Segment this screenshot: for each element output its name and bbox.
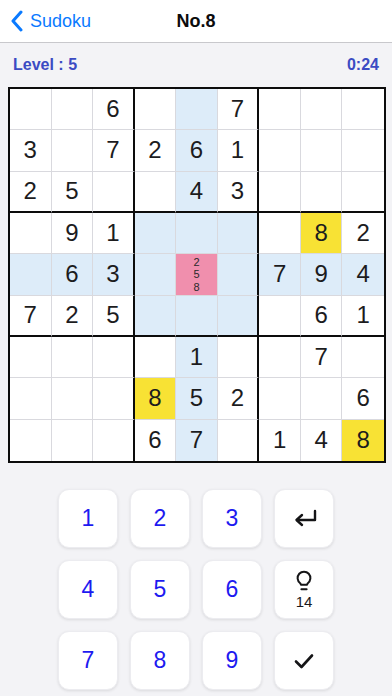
cell-r9c4[interactable]: 6 — [135, 420, 177, 461]
info-row: Level : 5 0:24 — [0, 43, 392, 85]
cell-r6c9[interactable]: 1 — [342, 296, 384, 337]
key-7[interactable]: 7 — [58, 631, 118, 690]
key-2[interactable]: 2 — [130, 489, 190, 548]
cell-r9c1[interactable] — [10, 420, 52, 461]
cell-r8c9[interactable]: 6 — [342, 378, 384, 419]
checkmark-icon — [291, 650, 317, 672]
cell-r1c9[interactable] — [342, 89, 384, 130]
page-title: No.8 — [176, 11, 215, 32]
cell-r7c9[interactable] — [342, 337, 384, 378]
cell-r8c8[interactable] — [301, 378, 343, 419]
key-4[interactable]: 4 — [58, 560, 118, 619]
cell-r8c1[interactable] — [10, 378, 52, 419]
key-8[interactable]: 8 — [130, 631, 190, 690]
cell-r7c6[interactable] — [218, 337, 260, 378]
cell-r7c2[interactable] — [52, 337, 94, 378]
cell-r9c9[interactable]: 8 — [342, 420, 384, 461]
chevron-left-icon — [10, 10, 23, 32]
cell-r4c9[interactable]: 2 — [342, 213, 384, 254]
key-9[interactable]: 9 — [202, 631, 262, 690]
cell-r7c4[interactable] — [135, 337, 177, 378]
cell-r3c5[interactable]: 4 — [176, 172, 218, 213]
cell-r2c6[interactable]: 1 — [218, 130, 260, 171]
cell-r6c4[interactable] — [135, 296, 177, 337]
cell-r4c3[interactable]: 1 — [93, 213, 135, 254]
cell-r1c8[interactable] — [301, 89, 343, 130]
cell-r9c3[interactable] — [93, 420, 135, 461]
cell-r2c1[interactable]: 3 — [10, 130, 52, 171]
return-arrow-icon — [289, 508, 319, 530]
cell-r5c3[interactable]: 3 — [93, 254, 135, 295]
cell-r2c5[interactable]: 6 — [176, 130, 218, 171]
cell-r9c7[interactable]: 1 — [259, 420, 301, 461]
cell-r4c5[interactable] — [176, 213, 218, 254]
cell-r2c2[interactable] — [52, 130, 94, 171]
hint-count: 14 — [296, 593, 313, 610]
key-6[interactable]: 6 — [202, 560, 262, 619]
back-button-label[interactable]: Sudoku — [30, 11, 91, 32]
cell-r3c7[interactable] — [259, 172, 301, 213]
cell-r4c6[interactable] — [218, 213, 260, 254]
back-button[interactable]: Sudoku — [10, 0, 91, 42]
cell-r7c3[interactable] — [93, 337, 135, 378]
cell-r8c6[interactable]: 2 — [218, 378, 260, 419]
cell-r1c7[interactable] — [259, 89, 301, 130]
cell-r8c5[interactable]: 5 — [176, 378, 218, 419]
cell-r2c7[interactable] — [259, 130, 301, 171]
cell-r9c6[interactable] — [218, 420, 260, 461]
navigation-bar: Sudoku No.8 — [0, 0, 392, 43]
cell-r8c4[interactable]: 8 — [135, 378, 177, 419]
cell-r9c5[interactable]: 7 — [176, 420, 218, 461]
cell-r5c6[interactable] — [218, 254, 260, 295]
cell-r1c4[interactable] — [135, 89, 177, 130]
lightbulb-icon — [293, 570, 315, 592]
key-5[interactable]: 5 — [130, 560, 190, 619]
cell-r6c1[interactable]: 7 — [10, 296, 52, 337]
erase-button[interactable] — [274, 489, 334, 548]
cell-r5c4[interactable] — [135, 254, 177, 295]
cell-r6c3[interactable]: 5 — [93, 296, 135, 337]
cell-r2c9[interactable] — [342, 130, 384, 171]
cell-r1c2[interactable] — [52, 89, 94, 130]
cell-r1c3[interactable]: 6 — [93, 89, 135, 130]
cell-r7c7[interactable] — [259, 337, 301, 378]
key-3[interactable]: 3 — [202, 489, 262, 548]
cell-r6c6[interactable] — [218, 296, 260, 337]
cell-r9c8[interactable]: 4 — [301, 420, 343, 461]
cell-r1c5[interactable] — [176, 89, 218, 130]
cell-r3c3[interactable] — [93, 172, 135, 213]
cell-r4c4[interactable] — [135, 213, 177, 254]
pencil-notes: 258 — [193, 256, 199, 294]
cell-r3c6[interactable]: 3 — [218, 172, 260, 213]
cell-r8c2[interactable] — [52, 378, 94, 419]
cell-r3c2[interactable]: 5 — [52, 172, 94, 213]
cell-r9c2[interactable] — [52, 420, 94, 461]
sudoku-board: 673726125439182632587947256117852667148 — [8, 87, 386, 463]
cell-r6c7[interactable] — [259, 296, 301, 337]
cell-r5c2[interactable]: 6 — [52, 254, 94, 295]
cell-r2c4[interactable]: 2 — [135, 130, 177, 171]
cell-r3c1[interactable]: 2 — [10, 172, 52, 213]
cell-r4c7[interactable] — [259, 213, 301, 254]
cell-r8c3[interactable] — [93, 378, 135, 419]
cell-r2c3[interactable]: 7 — [93, 130, 135, 171]
cell-r7c5[interactable]: 1 — [176, 337, 218, 378]
confirm-button[interactable] — [274, 631, 334, 690]
level-label: Level : 5 — [13, 56, 77, 74]
cell-r8c7[interactable] — [259, 378, 301, 419]
cell-r2c8[interactable] — [301, 130, 343, 171]
hint-button[interactable]: 14 — [274, 560, 334, 619]
cell-r5c7[interactable]: 7 — [259, 254, 301, 295]
cell-r3c9[interactable] — [342, 172, 384, 213]
cell-r1c6[interactable]: 7 — [218, 89, 260, 130]
cell-r3c4[interactable] — [135, 172, 177, 213]
cell-r5c5[interactable]: 258 — [176, 254, 218, 295]
cell-r5c9[interactable]: 4 — [342, 254, 384, 295]
cell-r6c5[interactable] — [176, 296, 218, 337]
cell-r7c8[interactable]: 7 — [301, 337, 343, 378]
key-1[interactable]: 1 — [58, 489, 118, 548]
cell-r5c1[interactable] — [10, 254, 52, 295]
cell-r4c8[interactable]: 8 — [301, 213, 343, 254]
cell-r4c2[interactable]: 9 — [52, 213, 94, 254]
timer: 0:24 — [347, 56, 379, 74]
keypad: 1 2 3 4 5 6 14 7 8 9 — [58, 489, 334, 690]
cell-r6c2[interactable]: 2 — [52, 296, 94, 337]
cell-r4c1[interactable] — [10, 213, 52, 254]
cell-r3c8[interactable] — [301, 172, 343, 213]
cell-r1c1[interactable] — [10, 89, 52, 130]
cell-r7c1[interactable] — [10, 337, 52, 378]
cell-r5c8[interactable]: 9 — [301, 254, 343, 295]
cell-r6c8[interactable]: 6 — [301, 296, 343, 337]
